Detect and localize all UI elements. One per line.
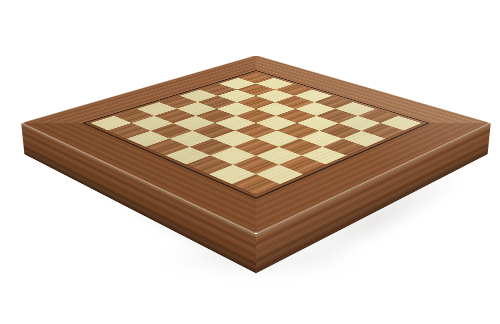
square-r6c5 (213, 131, 256, 147)
square-r2c8 (362, 123, 404, 138)
square-r8c8 (232, 174, 281, 195)
square-r7c6 (211, 147, 256, 165)
square-r8c5 (166, 147, 211, 165)
square-r5c6 (256, 131, 299, 147)
square-r6c6 (234, 138, 278, 155)
square-r5c5 (235, 123, 277, 138)
perspective-scene (0, 0, 500, 324)
square-r8c7 (209, 165, 256, 185)
square-r4c6 (277, 123, 319, 138)
square-r7c4 (170, 131, 213, 147)
square-r8c2 (108, 123, 150, 138)
square-r5c8 (301, 147, 346, 165)
square-r4c8 (322, 138, 366, 155)
chess-board (21, 55, 491, 234)
photo-background (0, 0, 500, 324)
square-r3c8 (342, 131, 385, 147)
square-r7c7 (233, 155, 279, 174)
square-r6c4 (193, 123, 235, 138)
square-r3c7 (319, 123, 361, 138)
square-r6c7 (256, 147, 301, 165)
square-r5c7 (278, 138, 322, 155)
square-r8c3 (126, 131, 169, 147)
square-r6c8 (279, 155, 325, 174)
square-r7c8 (256, 165, 303, 185)
square-r7c3 (150, 123, 192, 138)
square-r8c4 (145, 138, 189, 155)
board-top-face (21, 55, 491, 234)
square-r7c5 (190, 138, 234, 155)
square-r4c7 (299, 131, 342, 147)
square-r8c6 (186, 155, 232, 174)
